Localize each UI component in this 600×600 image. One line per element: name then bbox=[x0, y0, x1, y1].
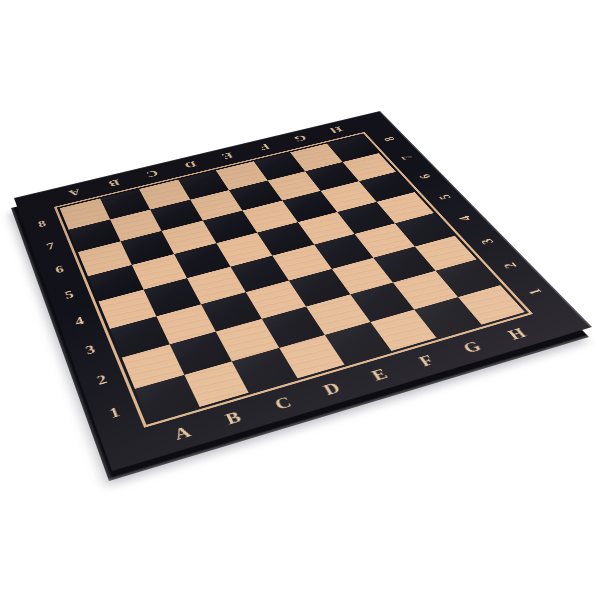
label-near_edge-B: B bbox=[223, 409, 243, 427]
label-left_edge-8: 8 bbox=[37, 219, 47, 228]
label-far_edge-G: G bbox=[292, 134, 309, 144]
label-left_edge-5: 5 bbox=[63, 289, 75, 300]
label-left_edge-3: 3 bbox=[84, 343, 97, 356]
label-right_edge-4: 4 bbox=[456, 215, 474, 223]
label-near_edge-C: C bbox=[272, 394, 294, 411]
label-right_edge-1: 1 bbox=[525, 287, 545, 296]
label-right_edge-7: 7 bbox=[399, 154, 415, 161]
label-left_edge-1: 1 bbox=[108, 405, 122, 420]
label-near_edge-E: E bbox=[369, 366, 390, 382]
label-far_edge-B: B bbox=[107, 178, 121, 188]
label-far_edge-E: E bbox=[220, 151, 235, 161]
label-far_edge-H: H bbox=[328, 125, 345, 134]
label-near_edge-D: D bbox=[321, 380, 343, 397]
label-near_edge-A: A bbox=[172, 424, 193, 442]
product-photo: ABCDEFGHABCDEFGH8765432187654321 bbox=[0, 0, 600, 600]
label-left_edge-2: 2 bbox=[96, 373, 109, 387]
label-right_edge-5: 5 bbox=[436, 193, 453, 200]
label-near_edge-G: G bbox=[460, 339, 484, 355]
label-right_edge-3: 3 bbox=[478, 237, 496, 245]
label-left_edge-6: 6 bbox=[54, 264, 65, 275]
label-far_edge-F: F bbox=[257, 143, 271, 152]
label-near_edge-F: F bbox=[416, 353, 436, 369]
label-left_edge-4: 4 bbox=[73, 315, 85, 327]
label-far_edge-A: A bbox=[68, 187, 83, 198]
label-far_edge-D: D bbox=[183, 160, 198, 170]
label-right_edge-8: 8 bbox=[382, 136, 398, 142]
label-right_edge-6: 6 bbox=[417, 173, 434, 180]
label-right_edge-2: 2 bbox=[501, 261, 520, 270]
label-left_edge-7: 7 bbox=[45, 241, 56, 251]
label-near_edge-H: H bbox=[505, 326, 529, 342]
label-far_edge-C: C bbox=[145, 169, 160, 179]
photo-wrapper: ABCDEFGHABCDEFGH8765432187654321 bbox=[0, 0, 600, 600]
